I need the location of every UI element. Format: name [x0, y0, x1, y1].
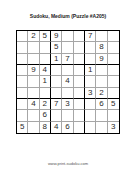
cell-r5c5[interactable]: 4 — [62, 76, 73, 87]
cell-r2c3[interactable] — [40, 42, 51, 53]
cell-r2c4[interactable]: 5 — [51, 42, 62, 53]
cell-r7c4[interactable]: 7 — [51, 99, 62, 110]
cell-r6c5[interactable] — [62, 88, 73, 99]
cell-r4c8[interactable] — [96, 65, 107, 76]
cell-r6c8[interactable]: 2 — [96, 88, 107, 99]
cell-r6c1[interactable] — [17, 88, 28, 99]
cell-r3c7[interactable] — [85, 54, 96, 65]
cell-r4c5[interactable] — [62, 65, 73, 76]
cell-r6c6[interactable] — [74, 88, 85, 99]
cell-r9c9[interactable]: 3 — [108, 122, 119, 133]
cell-r1c7[interactable]: 7 — [85, 31, 96, 42]
cell-r9c2[interactable] — [28, 122, 39, 133]
cell-r6c3[interactable] — [40, 88, 51, 99]
cell-r5c9[interactable] — [108, 76, 119, 87]
cell-r6c4[interactable] — [51, 88, 62, 99]
cell-r2c6[interactable] — [74, 42, 85, 53]
cell-r8c5[interactable] — [62, 110, 73, 121]
cell-r5c1[interactable] — [17, 76, 28, 87]
cell-r1c9[interactable] — [108, 31, 119, 42]
sudoku-board: 2597581799411432427365658463 — [16, 30, 120, 134]
cell-r8c3[interactable]: 6 — [40, 110, 51, 121]
cell-r3c2[interactable] — [28, 54, 39, 65]
cell-r7c9[interactable]: 5 — [108, 99, 119, 110]
cell-r2c5[interactable] — [62, 42, 73, 53]
cell-r4c4[interactable] — [51, 65, 62, 76]
cell-r7c6[interactable] — [74, 99, 85, 110]
cell-r1c3[interactable]: 5 — [40, 31, 51, 42]
cell-r7c1[interactable] — [17, 99, 28, 110]
cell-r1c8[interactable] — [96, 31, 107, 42]
cell-r6c2[interactable] — [28, 88, 39, 99]
cell-r9c4[interactable]: 4 — [51, 122, 62, 133]
cell-r9c8[interactable] — [96, 122, 107, 133]
cell-r3c9[interactable] — [108, 54, 119, 65]
cell-r1c4[interactable]: 9 — [51, 31, 62, 42]
cell-r3c3[interactable] — [40, 54, 51, 65]
cell-r9c1[interactable]: 5 — [17, 122, 28, 133]
cell-r5c8[interactable] — [96, 76, 107, 87]
cell-r3c1[interactable] — [17, 54, 28, 65]
cell-r7c3[interactable]: 2 — [40, 99, 51, 110]
cell-r2c9[interactable] — [108, 42, 119, 53]
cell-r5c4[interactable] — [51, 76, 62, 87]
cell-r4c1[interactable] — [17, 65, 28, 76]
cell-r8c9[interactable] — [108, 110, 119, 121]
cell-r1c2[interactable]: 2 — [28, 31, 39, 42]
cell-r8c7[interactable] — [85, 110, 96, 121]
cell-r5c6[interactable] — [74, 76, 85, 87]
cell-r3c4[interactable]: 1 — [51, 54, 62, 65]
cell-r4c3[interactable]: 4 — [40, 65, 51, 76]
cell-r9c6[interactable] — [74, 122, 85, 133]
cell-r9c3[interactable]: 8 — [40, 122, 51, 133]
cell-r4c9[interactable] — [108, 65, 119, 76]
cell-r9c7[interactable] — [85, 122, 96, 133]
cell-r9c5[interactable]: 6 — [62, 122, 73, 133]
cell-r5c7[interactable] — [85, 76, 96, 87]
cell-r6c9[interactable] — [108, 88, 119, 99]
cell-r4c7[interactable]: 1 — [85, 65, 96, 76]
cell-r5c2[interactable] — [28, 76, 39, 87]
cell-r2c2[interactable] — [28, 42, 39, 53]
cell-r7c7[interactable] — [85, 99, 96, 110]
cell-r2c8[interactable]: 8 — [96, 42, 107, 53]
cell-r3c5[interactable]: 7 — [62, 54, 73, 65]
cell-r1c5[interactable] — [62, 31, 73, 42]
cell-r8c1[interactable] — [17, 110, 28, 121]
cell-r8c8[interactable] — [96, 110, 107, 121]
cell-r7c8[interactable]: 6 — [96, 99, 107, 110]
cell-r7c5[interactable]: 3 — [62, 99, 73, 110]
footer-url[interactable]: www.print-sudoku.com — [0, 161, 136, 166]
cell-r3c8[interactable]: 9 — [96, 54, 107, 65]
page-title: Sudoku, Medium (Puzzle #A205) — [0, 13, 136, 19]
cell-r2c1[interactable] — [17, 42, 28, 53]
cell-r2c7[interactable] — [85, 42, 96, 53]
cell-r7c2[interactable]: 4 — [28, 99, 39, 110]
cell-r8c2[interactable] — [28, 110, 39, 121]
cell-r1c1[interactable] — [17, 31, 28, 42]
cell-r4c2[interactable]: 9 — [28, 65, 39, 76]
cell-r8c6[interactable] — [74, 110, 85, 121]
cell-r8c4[interactable] — [51, 110, 62, 121]
cell-r1c6[interactable] — [74, 31, 85, 42]
cell-r6c7[interactable]: 3 — [85, 88, 96, 99]
cell-r5c3[interactable]: 1 — [40, 76, 51, 87]
cell-r4c6[interactable] — [74, 65, 85, 76]
cell-r3c6[interactable] — [74, 54, 85, 65]
